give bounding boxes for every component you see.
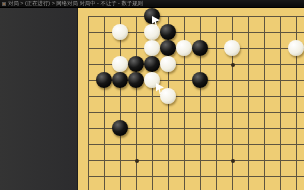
window-title: 对局 > (正在进行) > 网络对局 对局中 - 不让子 - 数子规则 xyxy=(8,0,143,6)
grid-hline xyxy=(88,160,304,161)
grid-vline xyxy=(120,16,121,190)
stone-black xyxy=(192,40,208,56)
grid-hline xyxy=(88,144,304,145)
star-point xyxy=(231,63,235,67)
stone-white xyxy=(176,40,192,56)
stone-white xyxy=(288,40,304,56)
stone-black xyxy=(96,72,112,88)
grid-vline xyxy=(216,16,217,190)
board-viewport[interactable] xyxy=(78,8,304,190)
app-icon xyxy=(2,2,6,6)
star-point xyxy=(135,159,139,163)
stone-white xyxy=(224,40,240,56)
stone-white xyxy=(160,88,176,104)
grid-vline xyxy=(280,16,281,190)
grid-vline xyxy=(88,16,89,190)
stone-white xyxy=(144,40,160,56)
star-point xyxy=(231,159,235,163)
grid-hline xyxy=(88,176,304,177)
stone-black xyxy=(192,72,208,88)
stone-black xyxy=(112,120,128,136)
stone-black xyxy=(160,24,176,40)
grid-hline xyxy=(88,112,304,113)
grid-vline xyxy=(248,16,249,190)
grid-vline xyxy=(136,16,137,190)
stone-white xyxy=(144,24,160,40)
grid-vline xyxy=(104,16,105,190)
grid-hline xyxy=(88,96,304,97)
stone-white xyxy=(160,56,176,72)
stone-black xyxy=(128,56,144,72)
stone-white xyxy=(112,56,128,72)
title-bar: 对局 > (正在进行) > 网络对局 对局中 - 不让子 - 数子规则 xyxy=(0,0,304,8)
stone-white xyxy=(112,24,128,40)
stone-black xyxy=(112,72,128,88)
grid-vline xyxy=(264,16,265,190)
stone-black xyxy=(160,40,176,56)
grid-hline xyxy=(88,16,304,17)
stone-black xyxy=(128,72,144,88)
stone-black xyxy=(144,56,160,72)
left-panel xyxy=(0,8,78,190)
main-area xyxy=(0,8,304,190)
go-client-window: 对局 > (正在进行) > 网络对局 对局中 - 不让子 - 数子规则 xyxy=(0,0,304,190)
